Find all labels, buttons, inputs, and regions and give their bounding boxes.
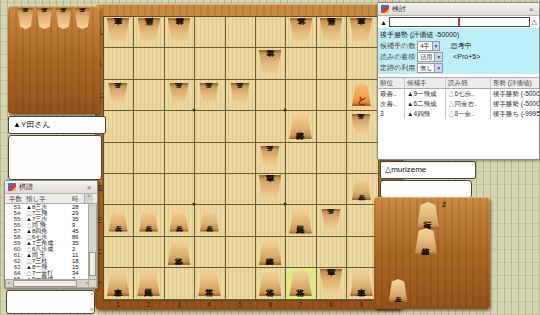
board-cell[interactable] bbox=[226, 205, 256, 236]
kifu-title-bar[interactable]: 棋譜 × bbox=[5, 181, 97, 194]
file-label: 4 bbox=[204, 301, 214, 308]
memory-dropdown[interactable]: 活用 ▼ bbox=[417, 52, 443, 62]
eval-marker bbox=[458, 18, 460, 26]
board-cell[interactable] bbox=[134, 143, 164, 174]
board-cell[interactable] bbox=[134, 48, 164, 79]
file-label: 8 bbox=[326, 301, 336, 308]
file-label: 1 bbox=[113, 301, 123, 308]
shogi-app: 歩兵歩兵歩兵歩兵 ▲Y田さん 棋譜 × 手数 指し手 時 ^ 53:▲8三歩28… bbox=[0, 0, 540, 315]
board-cell[interactable] bbox=[165, 48, 195, 79]
candidate-table-header: 順位 候補手 読み筋 形勢 (評価値) bbox=[378, 77, 539, 89]
eval-bar bbox=[389, 17, 530, 27]
analysis-window-title: 検討 bbox=[392, 4, 526, 14]
sente-mark: ▲ bbox=[380, 19, 387, 26]
board-cell[interactable] bbox=[134, 237, 164, 268]
kifu-close-icon[interactable]: × bbox=[84, 183, 94, 192]
kifu-header-row: 手数 指し手 時 ^ bbox=[5, 194, 97, 204]
candidate-row[interactable]: 3▲4四飛△8一金..後手勝ち (-99958) bbox=[378, 109, 539, 119]
board-cell[interactable] bbox=[226, 237, 256, 268]
analysis-engine-level: <Pro+5> bbox=[453, 51, 480, 62]
candidate-row[interactable]: 次善..▲6二飛成△同金右..後手勝勢 (-50000) bbox=[378, 99, 539, 109]
analysis-info-panel: 後手勝勢 (評価値 -50000) 候補手の数 4手 ▼ 思考中 読みの蓄積 活… bbox=[378, 28, 539, 74]
analysis-window-icon bbox=[381, 5, 389, 13]
kifu-scroll-left-icon[interactable]: < bbox=[6, 280, 12, 286]
gote-hand-piece[interactable]: 角行 bbox=[416, 202, 440, 229]
board-cell[interactable] bbox=[104, 48, 134, 79]
sente-hand-piece[interactable]: 歩兵 bbox=[36, 8, 53, 29]
kifu-move-list[interactable]: 53:▲8三歩2854:△7二飛2955:▲7三歩3556:△同 飛957:▲8… bbox=[5, 204, 90, 283]
board-cell[interactable] bbox=[104, 237, 134, 268]
shogi-board-frame: 香車桂馬銀将金将桂馬香車玉将歩兵歩兵歩兵歩兵と銀将歩兵歩兵飛車歩兵歩兵歩兵歩兵歩… bbox=[95, 4, 403, 310]
kifu-horizontal-scrollbar[interactable]: < > bbox=[5, 279, 91, 288]
board-cell[interactable] bbox=[317, 174, 347, 205]
board-cell[interactable] bbox=[286, 174, 316, 205]
gote-name-plate: △murizeme bbox=[380, 161, 476, 179]
kifu-scroll-up-icon[interactable]: ^ bbox=[84, 194, 93, 203]
board-grid bbox=[103, 16, 379, 301]
gote-hand-piece[interactable]: 歩兵 bbox=[388, 279, 408, 302]
file-label: 3 bbox=[174, 301, 184, 308]
gote-hand-piece[interactable]: 銀将 bbox=[414, 228, 438, 255]
board-cell[interactable] bbox=[165, 268, 195, 299]
board-cell[interactable] bbox=[317, 80, 347, 111]
board-cell[interactable] bbox=[195, 237, 225, 268]
kifu-window-title: 棋譜 bbox=[19, 182, 84, 192]
board-cell[interactable] bbox=[104, 143, 134, 174]
sente-hand-piece[interactable]: 歩兵 bbox=[17, 8, 34, 29]
kifu-window: 棋譜 × 手数 指し手 時 ^ 53:▲8三歩2854:△7二飛2955:▲7三… bbox=[4, 180, 98, 289]
board-cell[interactable] bbox=[256, 205, 286, 236]
sente-hand-piece[interactable]: 歩兵 bbox=[74, 8, 91, 29]
analysis-status-line: 後手勝勢 (評価値 -50000) bbox=[380, 29, 537, 40]
board-cell[interactable] bbox=[104, 111, 134, 142]
analysis-thinking-status: 思考中 bbox=[450, 40, 471, 51]
board-cell[interactable] bbox=[226, 143, 256, 174]
board-cell[interactable] bbox=[226, 48, 256, 79]
board-cell[interactable] bbox=[256, 111, 286, 142]
file-label: 2 bbox=[144, 301, 154, 308]
comment-scroll-down-icon[interactable]: v bbox=[91, 306, 94, 312]
setting-label-candidates: 候補手の数 bbox=[380, 40, 415, 51]
file-label: 6 bbox=[265, 301, 275, 308]
file-label: 9 bbox=[356, 301, 366, 308]
board-cell[interactable] bbox=[286, 143, 316, 174]
board-cell[interactable] bbox=[134, 80, 164, 111]
dropdown-arrow-icon[interactable]: ▼ bbox=[434, 64, 442, 72]
gote-komadai: 角行2銀将歩兵 bbox=[374, 197, 490, 309]
board-cell[interactable] bbox=[256, 80, 286, 111]
kifu-header-moveno: 手数 bbox=[5, 194, 23, 203]
candidates-dropdown[interactable]: 4手 ▼ bbox=[417, 41, 440, 51]
board-cell[interactable] bbox=[226, 17, 256, 48]
board-cell[interactable] bbox=[286, 237, 316, 268]
board-cell[interactable] bbox=[165, 143, 195, 174]
candidate-table: 順位 候補手 読み筋 形勢 (評価値) 最善..▲9一飛成△6七歩..後手勝勢 … bbox=[378, 77, 539, 119]
sente-name-plate: ▲Y田さん bbox=[8, 116, 106, 134]
sente-info-box bbox=[8, 135, 102, 180]
board-cell[interactable] bbox=[226, 174, 256, 205]
analysis-window: 検討 × ▲ △ 後手勝勢 (評価値 -50000) 候補手の数 4手 ▼ 思考… bbox=[377, 2, 540, 160]
kifu-comment-box[interactable]: ^ v bbox=[6, 290, 95, 314]
board-cell[interactable] bbox=[317, 237, 347, 268]
board-cell[interactable] bbox=[104, 174, 134, 205]
board-cell[interactable] bbox=[134, 111, 164, 142]
kifu-window-icon bbox=[8, 183, 16, 191]
board-cell[interactable] bbox=[226, 268, 256, 299]
piece-count: 2 bbox=[442, 201, 446, 208]
dropdown-arrow-icon[interactable]: ▼ bbox=[432, 42, 440, 50]
board-cell[interactable] bbox=[226, 111, 256, 142]
board-cell[interactable] bbox=[195, 111, 225, 142]
kifu-scroll-down-icon[interactable]: v bbox=[88, 279, 97, 288]
sente-hand-piece[interactable]: 歩兵 bbox=[55, 8, 72, 29]
setting-label-book: 定跡の利用 bbox=[380, 62, 415, 73]
sente-hand: 歩兵歩兵歩兵歩兵 bbox=[17, 8, 91, 29]
eval-bar-row: ▲ △ bbox=[378, 16, 539, 28]
gote-info-box bbox=[380, 180, 472, 198]
file-label: 5 bbox=[235, 301, 245, 308]
book-dropdown[interactable]: 無し ▼ bbox=[417, 63, 443, 73]
board-cell[interactable] bbox=[195, 48, 225, 79]
gote-mark: △ bbox=[532, 18, 537, 26]
board-cell[interactable] bbox=[286, 80, 316, 111]
gote-name: △murizeme bbox=[385, 165, 426, 174]
board-cell[interactable] bbox=[195, 17, 225, 48]
dropdown-arrow-icon[interactable]: ▼ bbox=[434, 53, 442, 61]
board-cell[interactable] bbox=[286, 48, 316, 79]
board-cell[interactable] bbox=[195, 174, 225, 205]
kifu-vertical-scrollbar[interactable] bbox=[88, 203, 97, 284]
kifu-vscroll-thumb[interactable] bbox=[89, 252, 96, 276]
sente-name: ▲Y田さん bbox=[13, 120, 51, 129]
kifu-header-move: 指し手 bbox=[23, 194, 72, 203]
board-cell[interactable] bbox=[317, 143, 347, 174]
board-cell[interactable] bbox=[195, 143, 225, 174]
kifu-hscroll-thumb[interactable] bbox=[13, 280, 77, 287]
file-label: 7 bbox=[296, 301, 306, 308]
board-cell[interactable] bbox=[347, 143, 377, 174]
board-cell[interactable] bbox=[165, 111, 195, 142]
board-cell[interactable] bbox=[347, 48, 377, 79]
comment-scroll-up-icon[interactable]: ^ bbox=[91, 292, 93, 298]
analysis-close-icon[interactable]: × bbox=[526, 5, 536, 14]
board-cell[interactable] bbox=[256, 17, 286, 48]
board-cell[interactable] bbox=[165, 174, 195, 205]
board-cell[interactable] bbox=[317, 111, 347, 142]
analysis-title-bar[interactable]: 検討 × bbox=[378, 3, 539, 16]
candidate-row[interactable]: 最善..▲9一飛成△6七歩..後手勝勢 (-50000) bbox=[378, 89, 539, 99]
sente-komadai: 歩兵歩兵歩兵歩兵 bbox=[8, 6, 100, 114]
setting-label-memory: 読みの蓄積 bbox=[380, 51, 415, 62]
board-cell[interactable] bbox=[317, 48, 347, 79]
board-cell[interactable] bbox=[134, 174, 164, 205]
kifu-header-time: 時 bbox=[72, 194, 84, 203]
